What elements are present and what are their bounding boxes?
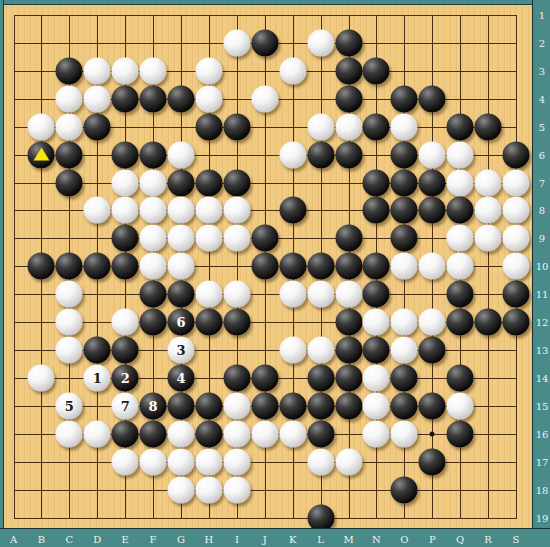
stone-white	[112, 309, 139, 336]
stone-black	[168, 85, 195, 112]
row-label: 14	[536, 372, 549, 383]
stone-black	[447, 197, 474, 224]
stone-white	[307, 337, 334, 364]
stone-black	[56, 169, 83, 196]
stone-black	[251, 364, 278, 391]
stone-white	[195, 85, 222, 112]
stone-white	[391, 420, 418, 447]
stone-white	[279, 141, 306, 168]
stone-white	[475, 169, 502, 196]
stone-white	[447, 141, 474, 168]
stone-black	[391, 85, 418, 112]
stone-white	[112, 57, 139, 84]
stone-white: 7	[112, 392, 139, 419]
row-label: 11	[536, 289, 549, 300]
stone-black	[503, 141, 530, 168]
stone-white	[503, 169, 530, 196]
stone-white	[363, 420, 390, 447]
stone-black	[391, 364, 418, 391]
stone-black	[391, 392, 418, 419]
stone-white	[335, 448, 362, 475]
stone-black	[419, 169, 446, 196]
stone-white	[168, 448, 195, 475]
stone-white	[28, 113, 55, 140]
move-number: 8	[149, 399, 158, 412]
stone-black	[28, 141, 55, 168]
stone-black	[363, 337, 390, 364]
stone-white	[223, 197, 250, 224]
stone-black	[475, 113, 502, 140]
stone-black	[307, 253, 334, 280]
stone-white	[419, 141, 446, 168]
stone-white: 5	[56, 392, 83, 419]
grid-line-horizontal	[14, 490, 518, 491]
row-label: 3	[539, 65, 545, 76]
stone-white	[335, 113, 362, 140]
col-label: S	[513, 534, 520, 545]
stone-black	[307, 392, 334, 419]
row-label: 17	[536, 456, 549, 467]
stone-black	[279, 392, 306, 419]
grid-line-horizontal	[14, 518, 518, 519]
stone-black	[112, 225, 139, 252]
stone-white	[56, 113, 83, 140]
stone-white	[140, 197, 167, 224]
stone-black	[447, 309, 474, 336]
stone-white	[279, 420, 306, 447]
stone-white	[84, 57, 111, 84]
stone-black	[503, 281, 530, 308]
stone-black	[195, 309, 222, 336]
stone-black	[112, 85, 139, 112]
stone-black	[363, 197, 390, 224]
row-label: 9	[539, 233, 545, 244]
stone-black	[335, 85, 362, 112]
row-label: 2	[539, 37, 545, 48]
stone-black	[140, 281, 167, 308]
stone-white	[195, 281, 222, 308]
frame-left-edge	[0, 0, 4, 528]
stone-black	[447, 113, 474, 140]
coordinate-strip-bottom: ABCDEFGHIJKLMNOPQRS	[0, 528, 550, 547]
stone-black	[56, 253, 83, 280]
row-label: 4	[539, 93, 545, 104]
stone-white	[447, 392, 474, 419]
stone-white	[391, 253, 418, 280]
stone-black	[391, 169, 418, 196]
stone-white	[84, 420, 111, 447]
stone-black	[363, 113, 390, 140]
stone-white	[307, 29, 334, 56]
stone-white	[140, 225, 167, 252]
col-label: D	[93, 534, 101, 545]
stone-white	[168, 141, 195, 168]
move-number: 1	[93, 371, 102, 384]
stone-white	[223, 281, 250, 308]
stone-white	[56, 309, 83, 336]
col-label: H	[205, 534, 214, 545]
move-number: 5	[65, 399, 74, 412]
stone-black: 8	[140, 392, 167, 419]
stone-black	[335, 253, 362, 280]
stone-black	[195, 420, 222, 447]
stone-black	[112, 420, 139, 447]
stone-black	[56, 141, 83, 168]
stone-black	[84, 337, 111, 364]
move-number: 3	[176, 344, 185, 357]
col-label: K	[289, 534, 296, 545]
row-label: 8	[539, 205, 545, 216]
stone-white	[307, 448, 334, 475]
stone-white	[363, 392, 390, 419]
stone-white	[307, 113, 334, 140]
stone-white	[168, 476, 195, 503]
stone-white	[195, 57, 222, 84]
stone-black	[363, 253, 390, 280]
stone-white	[56, 337, 83, 364]
stone-white	[140, 57, 167, 84]
stone-white	[112, 448, 139, 475]
stone-white	[419, 253, 446, 280]
row-label: 16	[536, 428, 549, 439]
stone-white	[140, 448, 167, 475]
stone-white	[223, 225, 250, 252]
stone-white	[503, 225, 530, 252]
stone-black	[419, 448, 446, 475]
coordinate-strip-right: 12345678910111213141516171819	[532, 0, 550, 528]
stone-black	[335, 141, 362, 168]
stone-black	[307, 420, 334, 447]
stone-black	[223, 113, 250, 140]
col-label: R	[484, 534, 492, 545]
row-label: 5	[539, 121, 545, 132]
stone-white	[251, 420, 278, 447]
stone-white	[168, 197, 195, 224]
stone-black	[84, 253, 111, 280]
stone-white	[447, 225, 474, 252]
stone-black	[391, 197, 418, 224]
stone-black	[419, 85, 446, 112]
stone-black	[195, 392, 222, 419]
stone-white	[363, 364, 390, 391]
stone-white	[391, 113, 418, 140]
move-number: 6	[176, 316, 185, 329]
col-label: M	[343, 534, 353, 545]
stone-white	[391, 337, 418, 364]
row-label: 13	[536, 345, 549, 356]
col-label: I	[235, 534, 239, 545]
stone-black	[335, 337, 362, 364]
stone-white	[28, 364, 55, 391]
col-label: L	[317, 534, 324, 545]
stone-black	[140, 141, 167, 168]
stone-black	[84, 113, 111, 140]
col-label: E	[122, 534, 129, 545]
stone-white	[195, 476, 222, 503]
stone-black	[140, 309, 167, 336]
stone-black	[419, 392, 446, 419]
move-number: 7	[121, 399, 130, 412]
stone-black	[391, 476, 418, 503]
stone-white	[447, 169, 474, 196]
stone-black	[223, 309, 250, 336]
stone-black	[112, 337, 139, 364]
stone-white	[335, 281, 362, 308]
col-label: N	[372, 534, 381, 545]
stone-white	[475, 197, 502, 224]
row-label: 1	[539, 10, 545, 21]
stone-black	[475, 309, 502, 336]
stone-black	[447, 281, 474, 308]
stone-black	[223, 364, 250, 391]
stone-black	[112, 141, 139, 168]
stone-black	[391, 141, 418, 168]
row-label: 15	[536, 400, 549, 411]
stone-black	[168, 169, 195, 196]
triangle-marker-icon	[33, 147, 49, 160]
row-label: 7	[539, 177, 545, 188]
stone-white	[84, 197, 111, 224]
stone-white	[84, 85, 111, 112]
stone-white	[56, 420, 83, 447]
stone-white	[195, 197, 222, 224]
stone-black	[503, 309, 530, 336]
frame-top-edge	[0, 0, 550, 5]
col-label: F	[150, 534, 157, 545]
stone-black	[112, 253, 139, 280]
stone-black	[307, 141, 334, 168]
grid-line-vertical	[488, 15, 489, 519]
stone-black	[307, 504, 334, 531]
stone-white	[223, 420, 250, 447]
stone-white	[140, 169, 167, 196]
stone-black	[335, 309, 362, 336]
col-label: C	[66, 534, 74, 545]
row-label: 12	[536, 317, 549, 328]
stone-black	[307, 364, 334, 391]
stone-black	[251, 225, 278, 252]
stone-white	[223, 29, 250, 56]
col-label: J	[263, 534, 267, 545]
stone-black	[168, 392, 195, 419]
stone-white	[503, 253, 530, 280]
stone-black	[335, 364, 362, 391]
stone-white	[475, 225, 502, 252]
move-number: 2	[121, 371, 130, 384]
stone-black	[335, 57, 362, 84]
stone-white	[279, 337, 306, 364]
stone-black	[168, 281, 195, 308]
stone-white	[56, 281, 83, 308]
stone-white	[279, 281, 306, 308]
stone-white	[195, 225, 222, 252]
stone-white	[223, 448, 250, 475]
col-label: P	[429, 534, 436, 545]
stone-black	[223, 169, 250, 196]
stone-black	[335, 225, 362, 252]
stone-white	[168, 253, 195, 280]
stone-black	[279, 253, 306, 280]
stone-black	[195, 169, 222, 196]
stone-white	[251, 85, 278, 112]
col-label: B	[38, 534, 45, 545]
stone-white	[307, 281, 334, 308]
stone-white	[195, 448, 222, 475]
stone-white	[279, 57, 306, 84]
stone-black	[447, 420, 474, 447]
stone-white	[223, 476, 250, 503]
col-label: A	[10, 534, 17, 545]
stone-white	[112, 197, 139, 224]
stone-white	[223, 392, 250, 419]
grid-line-horizontal	[14, 294, 518, 295]
stone-black	[279, 197, 306, 224]
col-label: G	[177, 534, 185, 545]
stone-black	[335, 29, 362, 56]
stone-black	[251, 29, 278, 56]
stone-black	[363, 281, 390, 308]
stone-white	[112, 169, 139, 196]
stone-black: 6	[168, 309, 195, 336]
stone-white	[391, 309, 418, 336]
stone-white	[168, 225, 195, 252]
stone-black: 2	[112, 364, 139, 391]
stone-white	[419, 309, 446, 336]
stone-black	[363, 57, 390, 84]
stone-white	[56, 85, 83, 112]
stone-black	[140, 85, 167, 112]
col-label: Q	[456, 534, 464, 545]
stone-black	[447, 364, 474, 391]
stone-white: 3	[168, 337, 195, 364]
row-label: 10	[536, 261, 549, 272]
stone-black	[56, 57, 83, 84]
stone-white	[168, 420, 195, 447]
stone-black	[28, 253, 55, 280]
stone-white	[447, 253, 474, 280]
stone-black	[251, 392, 278, 419]
star-point	[430, 431, 435, 436]
stone-black	[363, 169, 390, 196]
stone-black	[391, 225, 418, 252]
go-board-screenshot: 63124578 12345678910111213141516171819AB…	[0, 0, 550, 547]
stone-black	[195, 113, 222, 140]
stone-white	[140, 253, 167, 280]
col-label: O	[400, 534, 408, 545]
stone-white: 1	[84, 364, 111, 391]
move-number: 4	[176, 371, 185, 384]
stone-black	[251, 253, 278, 280]
stone-white	[363, 309, 390, 336]
stone-black	[140, 420, 167, 447]
row-label: 6	[539, 149, 545, 160]
stone-black	[335, 392, 362, 419]
stone-black	[419, 197, 446, 224]
row-label: 19	[536, 512, 549, 523]
stone-white	[503, 197, 530, 224]
stone-black: 4	[168, 364, 195, 391]
row-label: 18	[536, 484, 549, 495]
stone-black	[419, 337, 446, 364]
